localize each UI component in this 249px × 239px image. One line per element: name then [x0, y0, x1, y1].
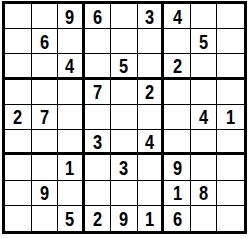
- cell-r4c9[interactable]: [217, 80, 244, 105]
- given-digit: 1: [145, 208, 154, 229]
- cell-r9c9[interactable]: [217, 206, 244, 231]
- cell-r2c4[interactable]: [85, 29, 112, 54]
- cell-r1c3[interactable]: 9: [58, 4, 85, 29]
- cell-r2c2[interactable]: 6: [32, 29, 59, 54]
- cell-r7c1[interactable]: [5, 155, 32, 180]
- cell-r5c2[interactable]: 7: [32, 105, 59, 130]
- given-digit: 2: [145, 81, 154, 102]
- given-digit: 8: [199, 182, 208, 203]
- cell-r8c7[interactable]: 1: [164, 181, 191, 206]
- cell-r8c3[interactable]: [58, 181, 85, 206]
- cell-r5c6[interactable]: [138, 105, 165, 130]
- cell-r9c1[interactable]: [5, 206, 32, 231]
- given-digit: 9: [65, 6, 74, 27]
- cell-r6c2[interactable]: [32, 130, 59, 155]
- cell-r3c3[interactable]: 4: [58, 54, 85, 79]
- cell-r9c2[interactable]: [32, 206, 59, 231]
- given-digit: 1: [226, 106, 235, 127]
- cell-r5c1[interactable]: 2: [5, 105, 32, 130]
- cell-r3c9[interactable]: [217, 54, 244, 79]
- cell-r2c6[interactable]: [138, 29, 165, 54]
- cell-r9c7[interactable]: 6: [164, 206, 191, 231]
- cell-r5c9[interactable]: 1: [217, 105, 244, 130]
- cell-r1c5[interactable]: [111, 4, 138, 29]
- cell-r5c8[interactable]: 4: [191, 105, 218, 130]
- cell-r8c6[interactable]: [138, 181, 165, 206]
- given-digit: 1: [65, 157, 74, 178]
- cell-r9c6[interactable]: 1: [138, 206, 165, 231]
- given-digit: 1: [173, 182, 182, 203]
- given-digit: 4: [145, 131, 154, 152]
- cell-r6c1[interactable]: [5, 130, 32, 155]
- cell-r6c8[interactable]: [191, 130, 218, 155]
- given-digit: 7: [93, 81, 102, 102]
- given-digit: 2: [13, 106, 22, 127]
- cell-r8c2[interactable]: 9: [32, 181, 59, 206]
- cell-r6c6[interactable]: 4: [138, 130, 165, 155]
- cell-r6c7[interactable]: [164, 130, 191, 155]
- cell-r6c4[interactable]: 3: [85, 130, 112, 155]
- cell-r2c9[interactable]: [217, 29, 244, 54]
- cell-r6c5[interactable]: [111, 130, 138, 155]
- cell-r3c8[interactable]: [191, 54, 218, 79]
- given-digit: 5: [65, 208, 74, 229]
- cell-r7c6[interactable]: [138, 155, 165, 180]
- cell-r8c8[interactable]: 8: [191, 181, 218, 206]
- cell-r7c2[interactable]: [32, 155, 59, 180]
- cell-r7c5[interactable]: 3: [111, 155, 138, 180]
- cell-r5c5[interactable]: [111, 105, 138, 130]
- given-digit: 9: [119, 208, 128, 229]
- cell-r4c7[interactable]: [164, 80, 191, 105]
- given-digit: 9: [40, 182, 49, 203]
- cell-r5c3[interactable]: [58, 105, 85, 130]
- given-digit: 2: [173, 55, 182, 76]
- cell-r1c6[interactable]: 3: [138, 4, 165, 29]
- cell-r1c7[interactable]: 4: [164, 4, 191, 29]
- cell-r5c7[interactable]: [164, 105, 191, 130]
- given-digit: 4: [199, 106, 208, 127]
- cell-r8c4[interactable]: [85, 181, 112, 206]
- cell-r3c5[interactable]: 5: [111, 54, 138, 79]
- given-digit: 6: [93, 6, 102, 27]
- cell-r3c2[interactable]: [32, 54, 59, 79]
- cell-r1c1[interactable]: [5, 4, 32, 29]
- cell-r1c9[interactable]: [217, 4, 244, 29]
- given-digit: 9: [173, 157, 182, 178]
- cell-r6c3[interactable]: [58, 130, 85, 155]
- cell-r9c3[interactable]: 5: [58, 206, 85, 231]
- cell-r4c6[interactable]: 2: [138, 80, 165, 105]
- given-digit: 5: [119, 55, 128, 76]
- cell-r8c5[interactable]: [111, 181, 138, 206]
- cell-r7c4[interactable]: [85, 155, 112, 180]
- cell-r2c7[interactable]: [164, 29, 191, 54]
- cell-r4c4[interactable]: 7: [85, 80, 112, 105]
- cell-r4c1[interactable]: [5, 80, 32, 105]
- cell-r8c9[interactable]: [217, 181, 244, 206]
- cell-r2c5[interactable]: [111, 29, 138, 54]
- cell-r2c1[interactable]: [5, 29, 32, 54]
- cell-r4c5[interactable]: [111, 80, 138, 105]
- cell-r7c9[interactable]: [217, 155, 244, 180]
- cell-r3c6[interactable]: [138, 54, 165, 79]
- cell-r1c4[interactable]: 6: [85, 4, 112, 29]
- cell-r7c3[interactable]: 1: [58, 155, 85, 180]
- given-digit: 4: [65, 55, 74, 76]
- cell-r7c8[interactable]: [191, 155, 218, 180]
- given-digit: 6: [173, 208, 182, 229]
- given-digit: 3: [119, 157, 128, 178]
- cell-r2c8[interactable]: 5: [191, 29, 218, 54]
- cell-r4c8[interactable]: [191, 80, 218, 105]
- cell-r4c3[interactable]: [58, 80, 85, 105]
- cell-r9c5[interactable]: 9: [111, 206, 138, 231]
- cell-r3c4[interactable]: [85, 54, 112, 79]
- cell-r6c9[interactable]: [217, 130, 244, 155]
- cell-r1c2[interactable]: [32, 4, 59, 29]
- given-digit: 5: [199, 31, 208, 52]
- given-digit: 6: [40, 31, 49, 52]
- given-digit: 4: [173, 6, 182, 27]
- cell-r3c7[interactable]: 2: [164, 54, 191, 79]
- sudoku-board: 9634654527227413413991852916: [2, 1, 247, 234]
- cell-r9c8[interactable]: [191, 206, 218, 231]
- given-digit: 2: [93, 208, 102, 229]
- cell-r2c3[interactable]: [58, 29, 85, 54]
- cell-r1c8[interactable]: [191, 4, 218, 29]
- cell-r9c4[interactable]: 2: [85, 206, 112, 231]
- cell-r4c2[interactable]: [32, 80, 59, 105]
- given-digit: 3: [145, 6, 154, 27]
- cell-r3c1[interactable]: [5, 54, 32, 79]
- given-digit: 7: [40, 106, 49, 127]
- cell-r7c7[interactable]: 9: [164, 155, 191, 180]
- cell-r8c1[interactable]: [5, 181, 32, 206]
- cell-r5c4[interactable]: [85, 105, 112, 130]
- given-digit: 3: [93, 131, 102, 152]
